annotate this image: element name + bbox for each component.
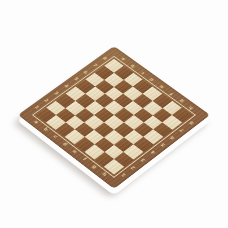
square-h1	[104, 159, 124, 174]
square-e4	[104, 115, 124, 130]
square-d1	[65, 130, 85, 145]
square-f1	[84, 144, 104, 159]
square-c1	[55, 122, 75, 137]
square-e1	[75, 137, 95, 152]
square-b1	[46, 115, 66, 130]
square-h5	[143, 130, 163, 145]
square-h6	[153, 122, 173, 137]
chessboard-photo: abcdefgh abcdefgh 12345678 12345678	[0, 0, 228, 228]
square-h4	[134, 137, 154, 152]
square-d3	[85, 115, 105, 130]
board-3d: abcdefgh abcdefgh 12345678 12345678	[18, 46, 210, 189]
square-c2	[65, 115, 85, 130]
board-scene: abcdefgh abcdefgh 12345678 12345678	[46, 47, 182, 183]
square-g1	[94, 152, 114, 167]
square-h2	[114, 152, 134, 167]
chessboard: abcdefgh abcdefgh 12345678 12345678	[18, 46, 210, 189]
square-g6	[143, 115, 163, 130]
square-h7	[163, 115, 183, 130]
square-g3	[114, 137, 134, 152]
square-d2	[75, 122, 95, 137]
squares	[36, 59, 192, 175]
square-g4	[124, 130, 144, 145]
square-e3	[94, 122, 114, 137]
square-g5	[134, 122, 154, 137]
square-h3	[124, 144, 144, 159]
square-g2	[104, 144, 124, 159]
square-f3	[104, 130, 124, 145]
rank-labels-right: 12345678	[115, 116, 200, 181]
square-f2	[94, 137, 114, 152]
file-labels-bottom: abcdefgh	[27, 116, 112, 181]
square-f5	[124, 115, 144, 130]
square-f4	[114, 122, 134, 137]
square-e2	[85, 130, 105, 145]
